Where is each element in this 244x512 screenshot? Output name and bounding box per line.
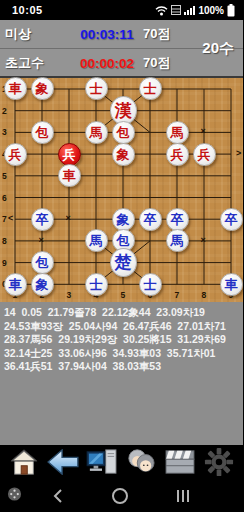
android-home-icon bbox=[111, 487, 129, 505]
replay-button[interactable] bbox=[164, 447, 196, 477]
move-counter: 20수 bbox=[202, 39, 234, 58]
app-toolbar bbox=[0, 445, 243, 479]
move-mark: × bbox=[39, 236, 44, 245]
android-back-button[interactable] bbox=[52, 488, 64, 504]
piece-C-f5r3[interactable]: 包 bbox=[112, 121, 135, 144]
piece-c-f2r9[interactable]: 包 bbox=[31, 251, 54, 274]
piece-P-f8r4[interactable]: 兵 bbox=[193, 143, 216, 166]
opponent-score: 70점 bbox=[143, 25, 185, 43]
computer-play-button[interactable] bbox=[86, 447, 118, 477]
col-label-3: 3 bbox=[67, 290, 72, 300]
move-mark: × bbox=[201, 127, 206, 136]
android-nav-bar bbox=[0, 479, 243, 512]
player-score: 70점 bbox=[143, 54, 185, 72]
row-label-8: 8 bbox=[2, 236, 7, 246]
player-info-panel: 미상 00:03:11 70점 초고수 00:00:02 70점 20수 bbox=[0, 20, 243, 78]
home-button[interactable] bbox=[8, 447, 40, 477]
row-label-5: 5 bbox=[2, 171, 7, 181]
android-home-button[interactable] bbox=[111, 487, 129, 505]
piece-e-f5r7[interactable]: 象 bbox=[112, 208, 135, 231]
clock-time: 10:05 bbox=[12, 4, 43, 16]
piece-P-f1r4[interactable]: 兵 bbox=[4, 143, 27, 166]
piece-H-f7r3[interactable]: 馬 bbox=[166, 121, 189, 144]
home-icon bbox=[9, 448, 39, 476]
undo-move-button[interactable] bbox=[47, 447, 79, 477]
battery-icon bbox=[227, 4, 235, 17]
edge-arrow-left: < bbox=[8, 214, 13, 223]
move-mark: × bbox=[66, 214, 71, 223]
computer-icon bbox=[86, 448, 118, 476]
back-arrow-icon bbox=[47, 449, 79, 475]
wifi-icon bbox=[155, 5, 168, 16]
piece-E-f2r1[interactable]: 象 bbox=[31, 77, 54, 100]
piece-A-f4r1[interactable]: 士 bbox=[85, 77, 108, 100]
piece-h-f7r8[interactable]: 馬 bbox=[166, 229, 189, 252]
analysis-line-3: 28.37馬56 29.19차29장 30.25將15 31.29차69 bbox=[4, 333, 240, 347]
piece-p-f9r7[interactable]: 卒 bbox=[220, 208, 243, 231]
piece-P-f7r4[interactable]: 兵 bbox=[166, 143, 189, 166]
row-label-7: 7 bbox=[2, 214, 7, 224]
player-clock: 00:00:02 bbox=[71, 56, 143, 71]
volte-icon bbox=[171, 5, 181, 15]
piece-C-f2r3[interactable]: 包 bbox=[31, 121, 54, 144]
engine-analysis-panel[interactable]: 14 0.05 21.79졸78 22.12象44 23.09차1924.53車… bbox=[0, 302, 243, 445]
piece-R-f1r1[interactable]: 車 bbox=[4, 77, 27, 100]
piece-H-f4r3[interactable]: 馬 bbox=[85, 121, 108, 144]
piece-P-f3r4[interactable]: 兵 bbox=[58, 143, 81, 166]
analysis-line-5: 36.41兵51 37.94사04 38.03車53 bbox=[4, 360, 240, 374]
android-back-icon bbox=[52, 488, 64, 504]
col-label-5: 5 bbox=[121, 290, 126, 300]
settings-gear-icon bbox=[204, 447, 234, 477]
players-icon bbox=[126, 448, 156, 476]
status-bar: 10:05 100% bbox=[0, 0, 243, 20]
player-name: 초고수 bbox=[0, 54, 71, 72]
opponents-button[interactable] bbox=[125, 447, 157, 477]
opponent-name: 미상 bbox=[0, 25, 71, 43]
analysis-line-4: 32.14士25 33.06사96 34.93車03 35.71차01 bbox=[4, 347, 240, 361]
piece-e-f2r10[interactable]: 象 bbox=[31, 273, 54, 296]
piece-a-f4r10[interactable]: 士 bbox=[85, 273, 108, 296]
piece-p-f7r7[interactable]: 卒 bbox=[166, 208, 189, 231]
replay-clapper-icon bbox=[164, 448, 196, 476]
row-label-3: 3 bbox=[2, 127, 7, 137]
piece-h-f4r8[interactable]: 馬 bbox=[85, 229, 108, 252]
piece-p-f6r7[interactable]: 卒 bbox=[139, 208, 162, 231]
row-label-9: 9 bbox=[2, 258, 7, 268]
analysis-line-1: 14 0.05 21.79졸78 22.12象44 23.09차19 bbox=[4, 306, 240, 320]
settings-button[interactable] bbox=[203, 447, 235, 477]
board-grid: 車象士士漢包馬包馬兵兵象兵兵車卒象卒卒卒馬包馬包楚車象士士車 bbox=[2, 78, 244, 295]
battery-percent: 100% bbox=[198, 5, 224, 16]
piece-a-f6r10[interactable]: 士 bbox=[139, 273, 162, 296]
row-label-2: 2 bbox=[2, 106, 7, 116]
col-label-8: 8 bbox=[202, 290, 207, 300]
analysis-line-2: 24.53車93장 25.04사94 26.47兵46 27.01차71 bbox=[4, 320, 240, 334]
opponent-clock: 00:03:11 bbox=[71, 27, 143, 42]
floating-assist-icon[interactable] bbox=[7, 486, 22, 505]
piece-p-f2r7[interactable]: 卒 bbox=[31, 208, 54, 231]
android-recents-button[interactable] bbox=[175, 488, 191, 504]
status-icons: 100% bbox=[155, 4, 235, 17]
piece-r-f9r10[interactable]: 車 bbox=[220, 273, 243, 296]
piece-A-f6r1[interactable]: 士 bbox=[139, 77, 162, 100]
col-label-7: 7 bbox=[175, 290, 180, 300]
piece-r-f1r10[interactable]: 車 bbox=[4, 273, 27, 296]
signal-icon bbox=[184, 5, 195, 16]
edge-arrow-right: > bbox=[236, 149, 241, 158]
janggi-board[interactable]: 車象士士漢包馬包馬兵兵象兵兵車卒象卒卒卒馬包馬包楚車象士士車 123456789… bbox=[0, 78, 243, 302]
piece-R-f3r5[interactable]: 車 bbox=[58, 164, 81, 187]
piece-k-f5r9[interactable]: 楚 bbox=[110, 248, 137, 277]
android-recents-icon bbox=[175, 488, 191, 504]
piece-E-f5r4[interactable]: 象 bbox=[112, 143, 135, 166]
row-label-6: 6 bbox=[2, 193, 7, 203]
move-mark: × bbox=[201, 236, 206, 245]
